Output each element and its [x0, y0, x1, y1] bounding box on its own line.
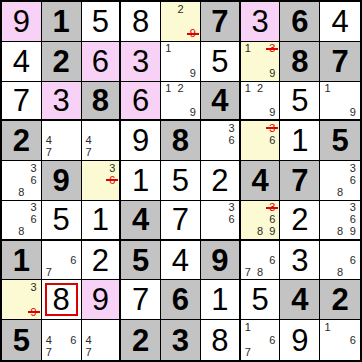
cell-r3c9[interactable]: 19	[320, 82, 360, 122]
candidate-grid: 467	[43, 321, 80, 359]
candidate: 7	[43, 346, 55, 359]
cell-r4c8[interactable]: 1	[280, 121, 320, 161]
cell-r5c1[interactable]: 368	[2, 161, 42, 201]
given-digit: 3	[172, 325, 189, 356]
solved-digit: 8	[132, 6, 149, 37]
solved-digit: 7	[132, 284, 149, 315]
cell-r5c7[interactable]: 4	[241, 161, 281, 201]
candidate: 4	[83, 135, 95, 147]
cell-r6c4[interactable]: 4	[121, 201, 161, 241]
candidate: 4	[43, 135, 55, 147]
cell-r6c6[interactable]: 36	[201, 201, 241, 241]
candidate: 1	[162, 83, 174, 95]
cell-r6c1[interactable]: 368	[2, 201, 42, 241]
cell-r7c1[interactable]: 1	[2, 241, 42, 281]
eliminated-candidate: 6	[106, 174, 118, 186]
candidate-grid: 19	[162, 43, 199, 80]
cell-r4c6[interactable]: 36	[201, 121, 241, 161]
cell-r5c8[interactable]: 7	[280, 161, 320, 201]
cell-r9c8[interactable]: 9	[280, 320, 320, 360]
candidate: 2	[174, 3, 186, 15]
cell-r2c8[interactable]: 8	[280, 42, 320, 82]
solved-digit: 2	[92, 245, 109, 276]
solved-digit: 5	[172, 165, 189, 196]
candidate: 3	[346, 202, 359, 214]
candidate-grid: 368	[3, 202, 40, 238]
given-digit: 4	[132, 204, 149, 235]
cell-r8c8[interactable]: 4	[280, 280, 320, 320]
cell-r9c5[interactable]: 3	[161, 320, 201, 360]
solved-digit: 9	[13, 6, 30, 37]
candidate-grid: 29	[162, 3, 199, 40]
candidate-grid: 47	[83, 122, 119, 159]
given-digit: 8	[92, 85, 109, 116]
solved-digit: 5	[251, 284, 268, 315]
cell-r8c9[interactable]: 2	[320, 280, 360, 320]
cell-r5c4[interactable]: 1	[121, 161, 161, 201]
cell-r6c2[interactable]: 5	[42, 201, 82, 241]
cell-r5c3[interactable]: 36	[82, 161, 122, 201]
candidate: 1	[242, 321, 254, 334]
candidate-grid: 36	[202, 122, 238, 159]
candidate: 9	[346, 106, 359, 118]
candidate: 8	[15, 187, 27, 199]
cell-r4c9[interactable]: 5	[320, 121, 360, 161]
cell-r5c9[interactable]: 368	[320, 161, 360, 201]
cell-r9c6[interactable]: 8	[201, 320, 241, 360]
cell-r8c1[interactable]: 39	[2, 280, 42, 320]
cell-r6c7[interactable]: 6893	[241, 201, 281, 241]
cell-r1c5[interactable]: 29	[161, 2, 201, 42]
cell-r7c5[interactable]: 4	[161, 241, 201, 281]
candidate: 1	[321, 83, 334, 95]
solved-digit: 6	[92, 46, 109, 77]
cell-r4c1[interactable]: 2	[2, 121, 42, 161]
candidate: 6	[266, 334, 278, 347]
cell-r2c1[interactable]: 4	[2, 42, 42, 82]
cell-r7c2[interactable]: 67	[42, 241, 82, 281]
cell-r6c3[interactable]: 1	[82, 201, 122, 241]
candidate: 2	[174, 83, 186, 95]
given-digit: 5	[13, 325, 30, 356]
solved-digit: 9	[132, 125, 149, 156]
cell-r9c1[interactable]: 5	[2, 320, 42, 360]
candidate-grid: 167	[242, 321, 279, 359]
solved-digit: 1	[211, 284, 228, 315]
eliminated-candidate: 3	[266, 202, 278, 214]
candidate: 6	[346, 334, 359, 347]
candidate: 8	[254, 266, 266, 278]
cell-r3c3[interactable]: 8	[82, 82, 122, 122]
candidate: 2	[254, 83, 266, 95]
cell-r7c6[interactable]: 9	[201, 241, 241, 281]
given-digit: 9	[211, 245, 228, 276]
candidate: 7	[83, 346, 95, 359]
cell-r4c3[interactable]: 47	[82, 121, 122, 161]
cell-r3c7[interactable]: 129	[241, 82, 281, 122]
candidate-grid: 129	[162, 83, 199, 119]
cell-r4c7[interactable]: 63	[241, 121, 281, 161]
given-digit: 5	[132, 245, 149, 276]
candidate: 6	[226, 135, 238, 147]
given-digit: 6	[291, 6, 308, 37]
candidate: 6	[67, 334, 79, 347]
candidate: 8	[334, 266, 347, 278]
solved-digit: 7	[13, 85, 30, 116]
candidate: 3	[226, 122, 238, 134]
cell-r4c4[interactable]: 9	[121, 121, 161, 161]
eliminated-candidate: 3	[266, 43, 278, 55]
candidate: 1	[242, 83, 254, 95]
cell-r7c4[interactable]: 5	[121, 241, 161, 281]
given-digit: 1	[13, 245, 30, 276]
candidate-grid: 368	[3, 162, 40, 199]
candidate: 6	[346, 214, 359, 226]
cell-r2c9[interactable]: 7	[320, 42, 360, 82]
candidate-grid: 129	[242, 83, 279, 119]
candidate: 9	[346, 226, 359, 238]
candidate-grid: 6893	[242, 202, 279, 238]
cell-r8c5[interactable]: 6	[161, 280, 201, 320]
solved-digit: 2	[291, 204, 308, 235]
cell-r7c7[interactable]: 678	[241, 241, 281, 281]
cell-r5c6[interactable]: 2	[201, 161, 241, 201]
candidate: 3	[28, 162, 40, 174]
candidate-grid: 3689	[321, 202, 359, 238]
candidate-grid: 39	[3, 281, 40, 318]
candidate: 3	[106, 162, 118, 174]
given-digit: 1	[53, 6, 70, 37]
cell-r9c3[interactable]: 47	[82, 320, 122, 360]
candidate: 8	[15, 226, 27, 238]
cell-r7c8[interactable]: 3	[280, 241, 320, 281]
cell-r8c6[interactable]: 1	[201, 280, 241, 320]
cell-r2c6[interactable]: 5	[201, 42, 241, 82]
solved-digit: 8	[211, 325, 228, 356]
cell-r9c2[interactable]: 467	[42, 320, 82, 360]
given-digit: 7	[331, 46, 348, 77]
cell-r8c2[interactable]: 8	[42, 280, 82, 320]
candidate-grid: 47	[43, 122, 80, 159]
candidate: 6	[266, 214, 278, 226]
candidate: 7	[43, 266, 55, 278]
cell-r1c7[interactable]: 3	[241, 2, 281, 42]
cell-r8c3[interactable]: 9	[82, 280, 122, 320]
cell-r7c3[interactable]: 2	[82, 241, 122, 281]
cell-r2c7[interactable]: 193	[241, 42, 281, 82]
candidate-grid: 36	[83, 162, 119, 199]
cell-r9c9[interactable]: 16	[320, 320, 360, 360]
cell-r5c5[interactable]: 5	[161, 161, 201, 201]
cell-r1c3[interactable]: 5	[82, 2, 122, 42]
given-digit: 9	[53, 165, 70, 196]
candidate: 3	[28, 202, 40, 214]
solved-digit: 9	[92, 284, 109, 315]
candidate: 8	[334, 187, 347, 199]
eliminated-candidate: 9	[28, 306, 40, 318]
given-digit: 2	[53, 46, 70, 77]
given-digit: 8	[291, 46, 308, 77]
cell-r2c4[interactable]: 3	[121, 42, 161, 82]
given-digit: 2	[13, 125, 30, 156]
given-digit: 2	[132, 325, 149, 356]
cell-r6c8[interactable]: 2	[280, 201, 320, 241]
candidate-grid: 36	[202, 202, 238, 238]
cell-r1c4[interactable]: 8	[121, 2, 161, 42]
given-digit: 4	[211, 85, 228, 116]
candidate: 6	[67, 254, 79, 266]
given-digit: 8	[172, 125, 189, 156]
cell-r1c2[interactable]: 1	[42, 2, 82, 42]
given-digit: 7	[291, 165, 308, 196]
cell-r4c5[interactable]: 8	[161, 121, 201, 161]
candidate: 1	[242, 43, 254, 55]
candidate-grid: 47	[83, 321, 119, 359]
candidate: 9	[266, 226, 278, 238]
candidate: 7	[83, 147, 95, 159]
cell-r2c2[interactable]: 2	[42, 42, 82, 82]
eliminated-candidate: 3	[266, 122, 278, 134]
solved-digit: 4	[13, 46, 30, 77]
candidate: 4	[83, 334, 95, 347]
candidate: 7	[242, 266, 254, 278]
solved-digit: 8	[53, 284, 70, 315]
solved-digit: 2	[211, 165, 228, 196]
candidate: 6	[226, 214, 238, 226]
candidate: 6	[346, 174, 359, 186]
given-digit: 4	[251, 165, 268, 196]
cell-r3c8[interactable]: 5	[280, 82, 320, 122]
cell-r3c1[interactable]: 7	[2, 82, 42, 122]
candidate-grid: 67	[43, 242, 80, 279]
cell-r6c9[interactable]: 3689	[320, 201, 360, 241]
solved-digit: 7	[172, 204, 189, 235]
candidate-grid: 368	[321, 162, 359, 199]
solved-digit: 5	[92, 6, 109, 37]
cell-r1c8[interactable]: 6	[280, 2, 320, 42]
cell-r1c9[interactable]: 4	[320, 2, 360, 42]
cell-r4c2[interactable]: 47	[42, 121, 82, 161]
candidate: 6	[346, 254, 359, 266]
candidate: 6	[28, 174, 40, 186]
cell-r2c5[interactable]: 19	[161, 42, 201, 82]
solved-digit: 9	[291, 325, 308, 356]
candidate-grid: 68	[321, 242, 359, 279]
solved-digit: 1	[291, 125, 308, 156]
candidate-grid: 16	[321, 321, 359, 359]
cell-r3c6[interactable]: 4	[201, 82, 241, 122]
candidate-grid: 678	[242, 242, 279, 279]
cell-r3c2[interactable]: 3	[42, 82, 82, 122]
solved-digit: 3	[132, 46, 149, 77]
candidate: 6	[266, 254, 278, 266]
cell-r2c3[interactable]: 6	[82, 42, 122, 82]
given-digit: 6	[172, 284, 189, 315]
solved-digit: 4	[331, 6, 348, 37]
cell-r5c2[interactable]: 9	[42, 161, 82, 201]
cell-r9c4[interactable]: 2	[121, 320, 161, 360]
candidate: 7	[242, 346, 254, 359]
eliminated-candidate: 9	[187, 28, 199, 40]
candidate: 3	[346, 162, 359, 174]
candidate: 4	[43, 334, 55, 347]
candidate: 6	[28, 214, 40, 226]
cell-r9c7[interactable]: 167	[241, 320, 281, 360]
solved-digit: 5	[291, 85, 308, 116]
cell-r1c6[interactable]: 7	[201, 2, 241, 42]
candidate: 9	[187, 106, 199, 118]
candidate-grid: 193	[242, 43, 279, 80]
candidate: 9	[187, 67, 199, 79]
solved-digit: 1	[92, 204, 109, 235]
candidate-grid: 63	[242, 122, 279, 159]
cell-r3c5[interactable]: 129	[161, 82, 201, 122]
candidate: 1	[321, 321, 334, 334]
candidate: 1	[162, 43, 174, 55]
solved-digit: 3	[251, 6, 268, 37]
candidate: 7	[43, 147, 55, 159]
solved-digit: 3	[291, 245, 308, 276]
cell-r7c9[interactable]: 68	[320, 241, 360, 281]
solved-digit: 4	[172, 245, 189, 276]
solved-digit: 3	[53, 85, 70, 116]
cell-r1c1[interactable]: 9	[2, 2, 42, 42]
solved-digit: 5	[53, 204, 70, 235]
solved-digit: 5	[211, 46, 228, 77]
given-digit: 2	[331, 284, 348, 315]
candidate: 9	[266, 106, 278, 118]
candidate: 3	[28, 281, 40, 293]
cell-r8c7[interactable]: 5	[241, 280, 281, 320]
cell-r3c4[interactable]: 6	[121, 82, 161, 122]
sudoku-board: 9158297364426319519387738612941295192474…	[0, 0, 362, 362]
candidate-grid: 19	[321, 83, 359, 119]
cell-r6c5[interactable]: 7	[161, 201, 201, 241]
candidate: 8	[334, 226, 347, 238]
given-digit: 5	[331, 125, 348, 156]
candidate: 9	[266, 67, 278, 79]
solved-digit: 1	[132, 165, 149, 196]
given-digit: 7	[211, 6, 228, 37]
given-digit: 4	[291, 284, 308, 315]
solved-digit: 6	[132, 85, 149, 116]
cell-r8c4[interactable]: 7	[121, 280, 161, 320]
candidate: 6	[266, 135, 278, 147]
candidate: 3	[226, 202, 238, 214]
candidate: 8	[254, 226, 266, 238]
